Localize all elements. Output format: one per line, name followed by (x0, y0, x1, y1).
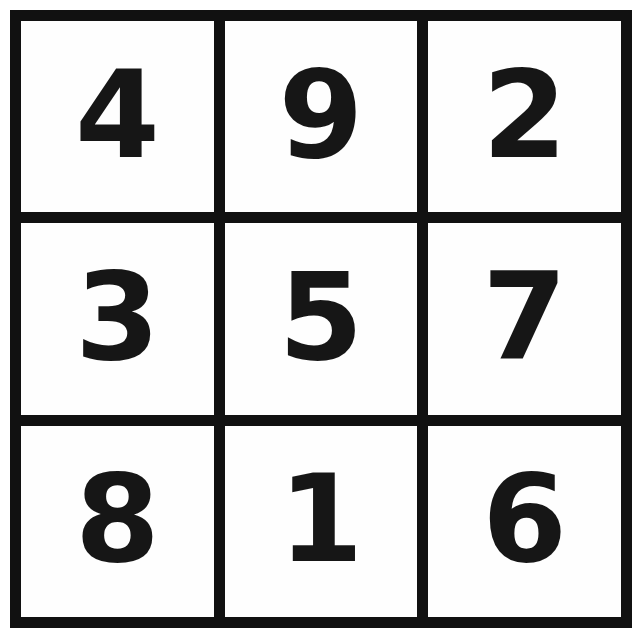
cell-value: 6 (482, 458, 567, 580)
grid-3x3: 4 9 2 3 5 7 8 1 6 (10, 10, 632, 628)
cell-value: 1 (279, 458, 364, 580)
cell-r1c1: 4 (21, 21, 214, 212)
magic-square-board: 4 9 2 3 5 7 8 1 6 (10, 10, 632, 628)
cell-r3c1: 8 (21, 426, 214, 617)
cell-value: 7 (482, 256, 567, 378)
cell-r2c1: 3 (21, 223, 214, 414)
cell-value: 8 (75, 458, 160, 580)
cell-value: 2 (482, 54, 567, 176)
cell-value: 4 (75, 54, 160, 176)
cell-r1c2: 9 (225, 21, 418, 212)
cell-r2c3: 7 (428, 223, 621, 414)
cell-value: 3 (75, 256, 160, 378)
cell-r2c2: 5 (225, 223, 418, 414)
cell-r3c3: 6 (428, 426, 621, 617)
cell-r1c3: 2 (428, 21, 621, 212)
cell-r3c2: 1 (225, 426, 418, 617)
cell-value: 5 (279, 256, 364, 378)
cell-value: 9 (279, 54, 364, 176)
